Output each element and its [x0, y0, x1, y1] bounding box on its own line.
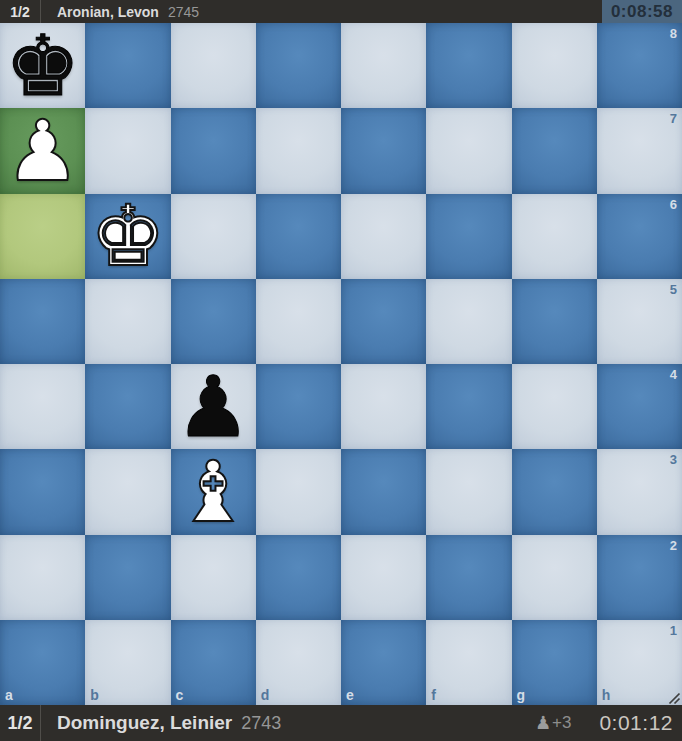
- square-c5[interactable]: [171, 279, 256, 364]
- square-a4[interactable]: [0, 364, 85, 449]
- square-g6[interactable]: [512, 194, 597, 279]
- square-g3[interactable]: [512, 449, 597, 534]
- top-clock: 0:08:58: [602, 0, 682, 23]
- file-label-h: h: [602, 688, 611, 702]
- square-h2[interactable]: 2: [597, 535, 682, 620]
- piece-white-bishop[interactable]: ♝: [171, 449, 256, 534]
- square-b8[interactable]: [85, 23, 170, 108]
- square-b2[interactable]: [85, 535, 170, 620]
- square-h5[interactable]: 5: [597, 279, 682, 364]
- square-b4[interactable]: [85, 364, 170, 449]
- square-g5[interactable]: [512, 279, 597, 364]
- bottom-clock: 0:01:12: [599, 711, 682, 735]
- square-a2[interactable]: [0, 535, 85, 620]
- material-advantage-value: +3: [552, 713, 571, 733]
- square-b5[interactable]: [85, 279, 170, 364]
- square-c8[interactable]: [171, 23, 256, 108]
- bottom-player-rating: 2743: [241, 713, 281, 734]
- square-h7[interactable]: 7: [597, 108, 682, 193]
- rank-label-6: 6: [670, 198, 677, 211]
- square-g8[interactable]: [512, 23, 597, 108]
- square-c2[interactable]: [171, 535, 256, 620]
- square-a5[interactable]: [0, 279, 85, 364]
- broadcast-board-app: 1/2 Aronian, Levon 2745 0:08:58 ♚8♟7♚65♟…: [0, 0, 682, 741]
- square-f3[interactable]: [426, 449, 511, 534]
- square-d1[interactable]: d: [256, 620, 341, 705]
- square-b1[interactable]: b: [85, 620, 170, 705]
- square-h8[interactable]: 8: [597, 23, 682, 108]
- square-d4[interactable]: [256, 364, 341, 449]
- square-a7[interactable]: ♟: [0, 108, 85, 193]
- piece-black-king[interactable]: ♚: [0, 23, 85, 108]
- file-label-a: a: [5, 688, 13, 702]
- square-f1[interactable]: f: [426, 620, 511, 705]
- square-c3[interactable]: ♝: [171, 449, 256, 534]
- top-player-bar: 1/2 Aronian, Levon 2745 0:08:58: [0, 0, 682, 23]
- bottom-player-name: Dominguez, Leinier: [57, 712, 232, 734]
- square-f6[interactable]: [426, 194, 511, 279]
- square-h4[interactable]: 4: [597, 364, 682, 449]
- square-a8[interactable]: ♚: [0, 23, 85, 108]
- square-f7[interactable]: [426, 108, 511, 193]
- square-g4[interactable]: [512, 364, 597, 449]
- square-g1[interactable]: g: [512, 620, 597, 705]
- square-c6[interactable]: [171, 194, 256, 279]
- square-d5[interactable]: [256, 279, 341, 364]
- material-advantage: ♟ +3: [535, 713, 572, 733]
- rank-label-8: 8: [670, 27, 677, 40]
- pawn-icon: ♟: [535, 714, 551, 732]
- square-f8[interactable]: [426, 23, 511, 108]
- file-label-e: e: [346, 688, 354, 702]
- bottom-bar-divider: [40, 705, 41, 741]
- square-b3[interactable]: [85, 449, 170, 534]
- resize-handle-icon[interactable]: [666, 690, 681, 705]
- square-f5[interactable]: [426, 279, 511, 364]
- rank-label-3: 3: [670, 453, 677, 466]
- file-label-d: d: [261, 688, 270, 702]
- square-a6[interactable]: [0, 194, 85, 279]
- square-b6[interactable]: ♚: [85, 194, 170, 279]
- rank-label-1: 1: [670, 624, 677, 637]
- file-label-b: b: [90, 688, 99, 702]
- bottom-player-bar: 1/2 Dominguez, Leinier 2743 ♟ +3 0:01:12: [0, 705, 682, 741]
- square-g7[interactable]: [512, 108, 597, 193]
- square-e3[interactable]: [341, 449, 426, 534]
- square-d8[interactable]: [256, 23, 341, 108]
- square-c1[interactable]: c: [171, 620, 256, 705]
- rank-label-5: 5: [670, 283, 677, 296]
- file-label-c: c: [176, 688, 184, 702]
- file-label-f: f: [431, 688, 436, 702]
- square-a1[interactable]: a: [0, 620, 85, 705]
- rank-label-4: 4: [670, 368, 677, 381]
- square-b7[interactable]: [85, 108, 170, 193]
- rank-label-2: 2: [670, 539, 677, 552]
- piece-white-pawn[interactable]: ♟: [0, 108, 85, 193]
- bottom-result: 1/2: [0, 713, 40, 734]
- top-player-rating: 2745: [168, 4, 199, 20]
- rank-label-7: 7: [670, 112, 677, 125]
- chess-board[interactable]: ♚8♟7♚65♟4♝32abcdefg1h: [0, 23, 682, 705]
- piece-black-pawn[interactable]: ♟: [171, 364, 256, 449]
- square-d7[interactable]: [256, 108, 341, 193]
- square-a3[interactable]: [0, 449, 85, 534]
- square-g2[interactable]: [512, 535, 597, 620]
- square-c4[interactable]: ♟: [171, 364, 256, 449]
- square-e1[interactable]: e: [341, 620, 426, 705]
- piece-white-king[interactable]: ♚: [85, 194, 170, 279]
- square-f4[interactable]: [426, 364, 511, 449]
- square-e5[interactable]: [341, 279, 426, 364]
- square-f2[interactable]: [426, 535, 511, 620]
- square-e4[interactable]: [341, 364, 426, 449]
- square-c7[interactable]: [171, 108, 256, 193]
- square-d2[interactable]: [256, 535, 341, 620]
- square-e8[interactable]: [341, 23, 426, 108]
- file-label-g: g: [517, 688, 526, 702]
- square-d3[interactable]: [256, 449, 341, 534]
- square-e7[interactable]: [341, 108, 426, 193]
- square-d6[interactable]: [256, 194, 341, 279]
- square-h3[interactable]: 3: [597, 449, 682, 534]
- square-e6[interactable]: [341, 194, 426, 279]
- square-h6[interactable]: 6: [597, 194, 682, 279]
- square-e2[interactable]: [341, 535, 426, 620]
